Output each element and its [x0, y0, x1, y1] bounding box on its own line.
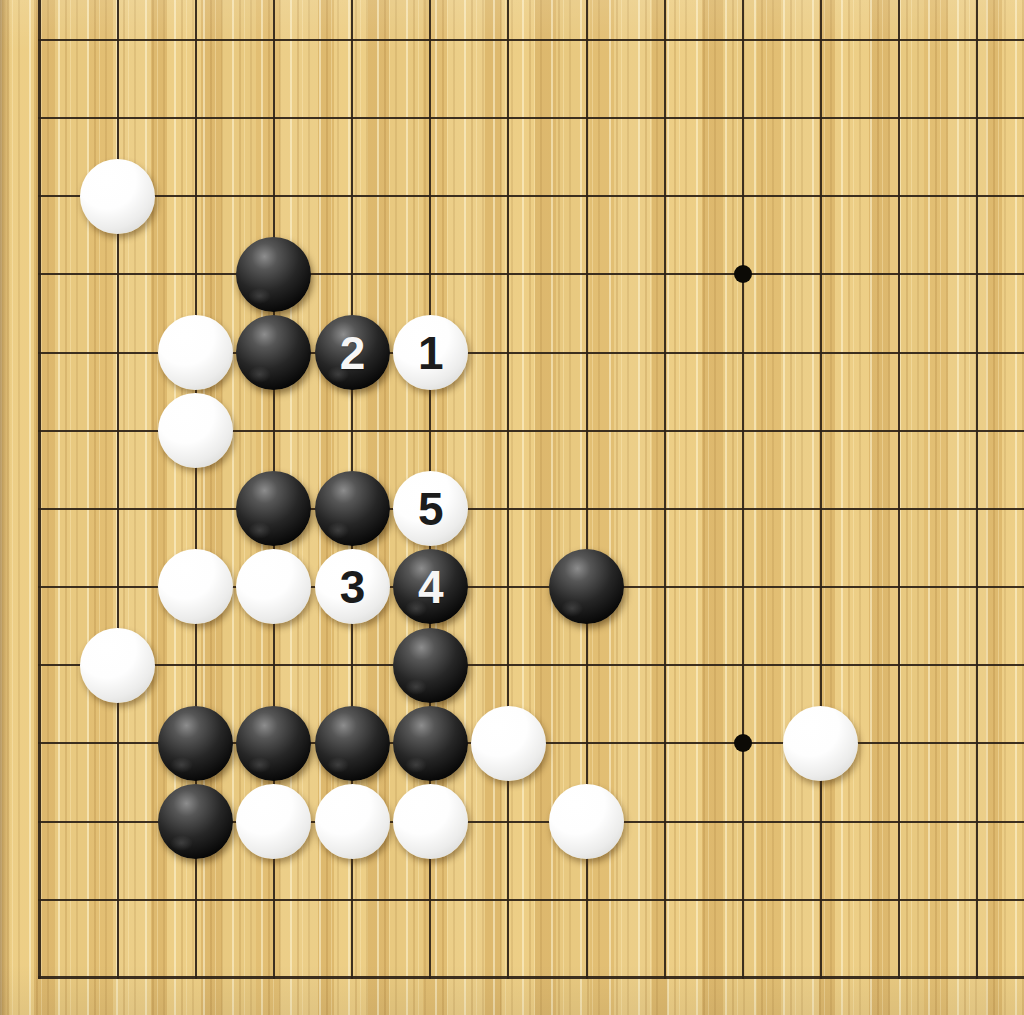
go-board-grid[interactable]: 21534	[0, 1, 1016, 1015]
stone-white-G4[interactable]	[471, 706, 546, 781]
stone-white-C8[interactable]	[158, 393, 233, 468]
stone-black-C3[interactable]	[158, 784, 233, 859]
move-number: 1	[418, 330, 443, 376]
stone-black-C4[interactable]	[158, 706, 233, 781]
stone-white-H3[interactable]	[549, 784, 624, 859]
stone-white-F3[interactable]	[393, 784, 468, 859]
stone-black-E7[interactable]	[315, 471, 390, 546]
stone-white-E6[interactable]: 3	[315, 549, 390, 624]
stone-white-C9[interactable]	[158, 315, 233, 390]
move-number: 4	[418, 564, 443, 610]
stone-white-F7[interactable]: 5	[393, 471, 468, 546]
stone-black-F5[interactable]	[393, 628, 468, 703]
stone-black-E4[interactable]	[315, 706, 390, 781]
move-number: 3	[340, 564, 365, 610]
stone-white-C6[interactable]	[158, 549, 233, 624]
stone-black-F6[interactable]: 4	[393, 549, 468, 624]
stone-white-D6[interactable]	[236, 549, 311, 624]
move-number: 2	[340, 330, 365, 376]
stone-black-F4[interactable]	[393, 706, 468, 781]
stone-black-D10[interactable]	[236, 237, 311, 312]
stone-black-E9[interactable]: 2	[315, 315, 390, 390]
stone-white-L4[interactable]	[783, 706, 858, 781]
go-app-screen: 21534	[0, 0, 1024, 1015]
stone-white-E3[interactable]	[315, 784, 390, 859]
move-number: 5	[418, 486, 443, 532]
stone-black-D9[interactable]	[236, 315, 311, 390]
stone-black-H6[interactable]	[549, 549, 624, 624]
stone-white-F9[interactable]: 1	[393, 315, 468, 390]
stone-white-D3[interactable]	[236, 784, 311, 859]
stone-black-D4[interactable]	[236, 706, 311, 781]
stone-white-B5[interactable]	[80, 628, 155, 703]
stone-black-D7[interactable]	[236, 471, 311, 546]
stone-white-B11[interactable]	[80, 159, 155, 234]
